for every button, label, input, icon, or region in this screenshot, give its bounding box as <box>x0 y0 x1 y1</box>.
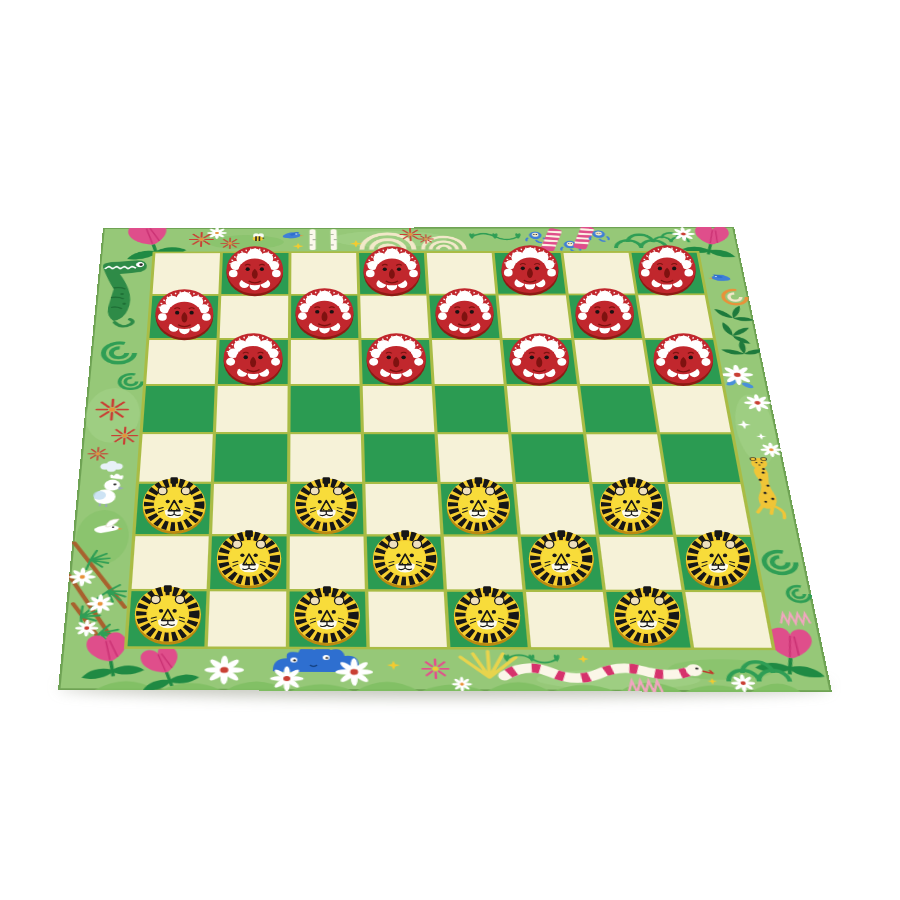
square-a4[interactable] <box>139 434 213 482</box>
red-monkey-checker-art <box>364 331 428 387</box>
yellow-lion-checker-art <box>214 529 284 590</box>
square-h3[interactable] <box>668 484 750 534</box>
red-monkey-checker-art <box>433 286 496 341</box>
red-monkey-checker-art <box>636 243 698 297</box>
red-monkey-checker-art <box>499 243 561 297</box>
checker-yellow-lion[interactable] <box>292 476 361 536</box>
checker-yellow-lion[interactable] <box>132 584 204 646</box>
square-d1[interactable] <box>368 592 447 647</box>
checker-red-monkey[interactable] <box>293 286 356 341</box>
square-g5[interactable] <box>580 386 657 432</box>
checker-yellow-lion[interactable] <box>526 529 597 590</box>
checker-red-monkey[interactable] <box>433 286 496 341</box>
checker-yellow-lion[interactable] <box>370 529 440 590</box>
checker-yellow-lion[interactable] <box>451 585 523 648</box>
star-flower-icon <box>400 228 421 240</box>
square-d3[interactable] <box>365 484 440 534</box>
square-d4[interactable] <box>364 434 438 482</box>
star-flower-icon <box>96 399 129 419</box>
checker-yellow-lion[interactable] <box>611 585 683 648</box>
yellow-lion-checker-art <box>526 529 597 590</box>
red-monkey-checker-art <box>221 331 285 387</box>
product-photo-stage <box>0 0 900 900</box>
square-f4[interactable] <box>512 434 589 482</box>
yellow-lion-checker-art <box>611 585 683 648</box>
square-h5[interactable] <box>652 386 730 432</box>
checker-red-monkey[interactable] <box>636 243 698 297</box>
square-f3[interactable] <box>516 484 595 534</box>
checker-yellow-lion[interactable] <box>291 585 363 648</box>
yellow-lion-checker-art <box>292 476 361 536</box>
square-a2[interactable] <box>132 536 209 589</box>
red-monkey-checker-art <box>224 244 286 298</box>
yellow-lion-checker-art <box>444 476 513 536</box>
yellow-lion-checker-art <box>683 529 754 591</box>
square-c5[interactable] <box>290 386 361 432</box>
checker-red-monkey[interactable] <box>224 244 286 298</box>
star-flower-icon <box>418 235 433 244</box>
square-f5[interactable] <box>507 386 582 432</box>
checker-yellow-lion[interactable] <box>683 529 754 591</box>
red-monkey-checker-art <box>651 331 716 387</box>
square-d5[interactable] <box>362 386 434 432</box>
checker-red-monkey[interactable] <box>364 331 428 387</box>
red-monkey-checker-art <box>507 331 572 387</box>
square-a6[interactable] <box>146 340 217 384</box>
star-flower-icon <box>111 427 137 444</box>
checker-red-monkey[interactable] <box>507 331 572 387</box>
square-e4[interactable] <box>438 434 513 482</box>
yellow-lion-checker-art <box>597 476 666 536</box>
star-flower-icon <box>88 447 108 460</box>
yellow-lion-checker-art <box>291 585 363 648</box>
square-h1[interactable] <box>685 592 772 647</box>
square-f1[interactable] <box>526 592 609 647</box>
checker-yellow-lion[interactable] <box>214 529 284 590</box>
square-e5[interactable] <box>435 386 509 432</box>
square-g6[interactable] <box>574 340 649 384</box>
square-e2[interactable] <box>444 537 523 590</box>
checker-red-monkey[interactable] <box>573 286 636 341</box>
checker-yellow-lion[interactable] <box>597 476 666 536</box>
red-monkey-checker-art <box>361 244 423 298</box>
square-b5[interactable] <box>216 386 287 432</box>
checker-yellow-lion[interactable] <box>444 476 513 536</box>
yellow-lion-checker-art <box>451 585 523 648</box>
checker-yellow-lion[interactable] <box>140 476 208 536</box>
pink-flower-icon <box>422 659 449 678</box>
square-e6[interactable] <box>432 340 504 384</box>
checker-red-monkey[interactable] <box>361 244 423 298</box>
daisy-icon <box>270 666 304 691</box>
yellow-lion-checker-art <box>370 529 440 590</box>
square-c6[interactable] <box>290 340 359 384</box>
red-monkey-checker-art <box>153 287 216 342</box>
checker-red-monkey[interactable] <box>221 331 285 387</box>
checker-red-monkey[interactable] <box>651 331 716 387</box>
birch-tree-icon <box>331 229 337 250</box>
square-a5[interactable] <box>143 386 215 432</box>
yellow-lion-checker-art <box>140 476 208 536</box>
square-g2[interactable] <box>599 537 682 590</box>
yellow-lion-checker-art <box>132 584 204 646</box>
square-b3[interactable] <box>212 484 286 534</box>
square-h4[interactable] <box>660 434 740 482</box>
checker-red-monkey[interactable] <box>499 243 561 297</box>
square-c4[interactable] <box>290 434 362 482</box>
red-monkey-checker-art <box>293 286 356 341</box>
checker-red-monkey[interactable] <box>153 287 216 342</box>
square-g4[interactable] <box>586 434 665 482</box>
star-flower-icon <box>190 232 214 246</box>
red-monkey-checker-art <box>573 286 636 341</box>
birch-tree-icon <box>309 229 315 250</box>
square-c2[interactable] <box>289 537 365 590</box>
square-b1[interactable] <box>208 591 286 646</box>
square-b4[interactable] <box>214 434 286 482</box>
